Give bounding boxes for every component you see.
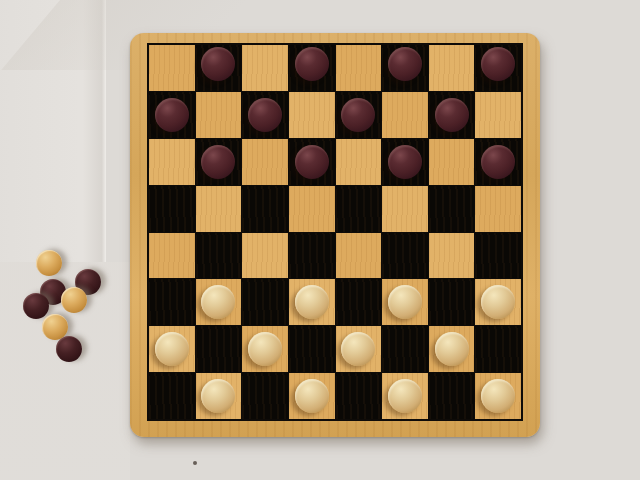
light-checker[interactable] <box>388 285 422 319</box>
square-h5[interactable] <box>475 186 521 232</box>
square-c5[interactable] <box>242 186 288 232</box>
square-f8[interactable] <box>382 45 428 91</box>
dark-checker[interactable] <box>248 98 282 132</box>
dark-checker-off-board[interactable] <box>23 293 49 319</box>
square-g8[interactable] <box>429 45 475 91</box>
square-e6[interactable] <box>336 139 382 185</box>
light-checker[interactable] <box>201 285 235 319</box>
light-checker[interactable] <box>295 379 329 413</box>
square-a5[interactable] <box>149 186 195 232</box>
square-f6[interactable] <box>382 139 428 185</box>
light-checker[interactable] <box>201 379 235 413</box>
square-f4[interactable] <box>382 233 428 279</box>
square-d1[interactable] <box>289 373 335 419</box>
dark-checker[interactable] <box>155 98 189 132</box>
checkers-board <box>130 33 540 437</box>
square-b8[interactable] <box>196 45 242 91</box>
square-c7[interactable] <box>242 92 288 138</box>
square-d3[interactable] <box>289 279 335 325</box>
square-c4[interactable] <box>242 233 288 279</box>
square-h3[interactable] <box>475 279 521 325</box>
dark-checker[interactable] <box>341 98 375 132</box>
square-g7[interactable] <box>429 92 475 138</box>
square-a2[interactable] <box>149 326 195 372</box>
square-e5[interactable] <box>336 186 382 232</box>
dark-checker[interactable] <box>481 47 515 81</box>
table-speck <box>193 461 197 465</box>
square-c3[interactable] <box>242 279 288 325</box>
square-a3[interactable] <box>149 279 195 325</box>
dark-checker-off-board[interactable] <box>56 336 82 362</box>
square-d8[interactable] <box>289 45 335 91</box>
square-e3[interactable] <box>336 279 382 325</box>
square-c1[interactable] <box>242 373 288 419</box>
dark-checker[interactable] <box>295 47 329 81</box>
square-a6[interactable] <box>149 139 195 185</box>
photo-canvas <box>0 0 640 480</box>
square-e7[interactable] <box>336 92 382 138</box>
square-e8[interactable] <box>336 45 382 91</box>
square-c6[interactable] <box>242 139 288 185</box>
square-b3[interactable] <box>196 279 242 325</box>
square-c2[interactable] <box>242 326 288 372</box>
board-grid <box>147 43 523 421</box>
square-e1[interactable] <box>336 373 382 419</box>
square-e2[interactable] <box>336 326 382 372</box>
square-f7[interactable] <box>382 92 428 138</box>
square-b5[interactable] <box>196 186 242 232</box>
square-e4[interactable] <box>336 233 382 279</box>
square-f2[interactable] <box>382 326 428 372</box>
light-checker[interactable] <box>248 332 282 366</box>
square-g5[interactable] <box>429 186 475 232</box>
square-d6[interactable] <box>289 139 335 185</box>
light-checker[interactable] <box>481 285 515 319</box>
square-a1[interactable] <box>149 373 195 419</box>
square-d5[interactable] <box>289 186 335 232</box>
square-g4[interactable] <box>429 233 475 279</box>
square-f5[interactable] <box>382 186 428 232</box>
square-a7[interactable] <box>149 92 195 138</box>
square-g6[interactable] <box>429 139 475 185</box>
square-g3[interactable] <box>429 279 475 325</box>
square-c8[interactable] <box>242 45 288 91</box>
dark-checker[interactable] <box>388 47 422 81</box>
square-g1[interactable] <box>429 373 475 419</box>
square-h4[interactable] <box>475 233 521 279</box>
light-checker[interactable] <box>388 379 422 413</box>
square-f3[interactable] <box>382 279 428 325</box>
square-h1[interactable] <box>475 373 521 419</box>
dark-checker[interactable] <box>201 47 235 81</box>
dark-checker[interactable] <box>388 145 422 179</box>
light-checker[interactable] <box>481 379 515 413</box>
dark-checker[interactable] <box>435 98 469 132</box>
square-a8[interactable] <box>149 45 195 91</box>
dark-checker[interactable] <box>481 145 515 179</box>
square-h6[interactable] <box>475 139 521 185</box>
dark-checker[interactable] <box>295 145 329 179</box>
light-checker[interactable] <box>155 332 189 366</box>
square-h2[interactable] <box>475 326 521 372</box>
square-b7[interactable] <box>196 92 242 138</box>
square-b6[interactable] <box>196 139 242 185</box>
dark-checker[interactable] <box>201 145 235 179</box>
light-checker[interactable] <box>295 285 329 319</box>
square-a4[interactable] <box>149 233 195 279</box>
light-checker[interactable] <box>435 332 469 366</box>
light-checker-off-board[interactable] <box>36 250 62 276</box>
square-b1[interactable] <box>196 373 242 419</box>
square-g2[interactable] <box>429 326 475 372</box>
square-h7[interactable] <box>475 92 521 138</box>
light-checker-off-board[interactable] <box>61 287 87 313</box>
square-h8[interactable] <box>475 45 521 91</box>
square-d2[interactable] <box>289 326 335 372</box>
square-b4[interactable] <box>196 233 242 279</box>
square-b2[interactable] <box>196 326 242 372</box>
square-f1[interactable] <box>382 373 428 419</box>
square-d4[interactable] <box>289 233 335 279</box>
square-d7[interactable] <box>289 92 335 138</box>
light-checker[interactable] <box>341 332 375 366</box>
